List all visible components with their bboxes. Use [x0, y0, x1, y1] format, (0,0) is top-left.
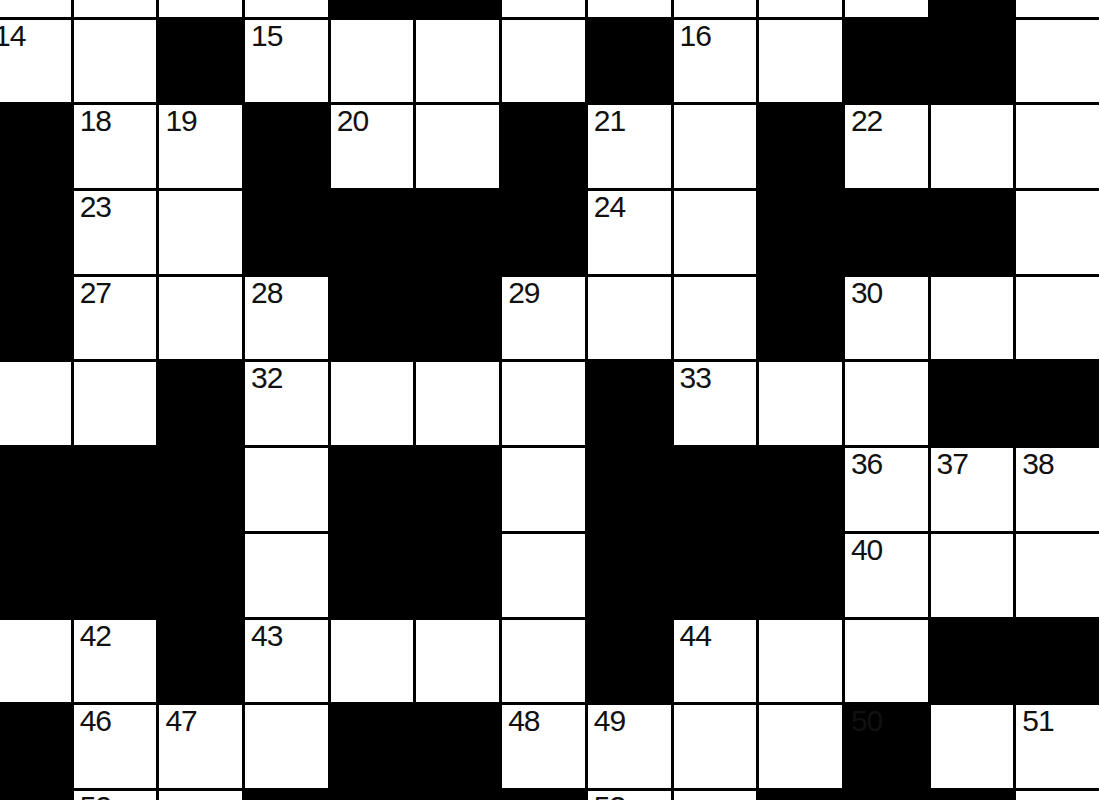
black-square — [74, 448, 157, 531]
crossword-grid: 1415161819202122232427282930323336373840… — [0, 0, 1099, 800]
white-square[interactable]: 42 — [74, 620, 157, 703]
white-square[interactable] — [502, 362, 585, 445]
clue-number: 19 — [159, 105, 242, 136]
black-square — [159, 534, 242, 617]
black-square — [845, 791, 928, 800]
white-square[interactable] — [74, 362, 157, 445]
white-square[interactable] — [1016, 20, 1099, 103]
white-square[interactable] — [74, 20, 157, 103]
black-square — [759, 791, 842, 800]
clue-number: 36 — [845, 448, 928, 479]
black-square — [159, 362, 242, 445]
white-square[interactable]: 21 — [588, 105, 671, 188]
clue-number: 37 — [931, 448, 1014, 479]
white-square[interactable] — [331, 362, 414, 445]
crossword-viewport: 1415161819202122232427282930323336373840… — [0, 0, 1100, 800]
clue-number: 40 — [845, 534, 928, 565]
white-square[interactable] — [588, 0, 671, 17]
white-square[interactable]: 38 — [1016, 448, 1099, 531]
white-square[interactable] — [74, 0, 157, 17]
white-square[interactable] — [1016, 534, 1099, 617]
white-square[interactable]: 16 — [674, 20, 757, 103]
white-square[interactable]: 15 — [245, 20, 328, 103]
white-square[interactable]: 51 — [1016, 705, 1099, 788]
white-square[interactable]: 47 — [159, 705, 242, 788]
black-square — [331, 0, 414, 17]
white-square[interactable] — [159, 277, 242, 360]
white-square[interactable]: 20 — [331, 105, 414, 188]
white-square[interactable] — [502, 620, 585, 703]
clue-number: 27 — [74, 277, 157, 308]
white-square[interactable]: 33 — [674, 362, 757, 445]
white-square[interactable] — [674, 105, 757, 188]
black-square — [931, 791, 1014, 800]
white-square[interactable]: 53 — [588, 791, 671, 800]
black-square — [588, 620, 671, 703]
clue-number: 42 — [74, 620, 157, 651]
white-square[interactable]: 29 — [502, 277, 585, 360]
white-square[interactable] — [416, 20, 499, 103]
white-square[interactable]: 22 — [845, 105, 928, 188]
white-square[interactable] — [759, 20, 842, 103]
white-square[interactable] — [931, 105, 1014, 188]
white-square[interactable] — [502, 0, 585, 17]
black-square — [931, 620, 1014, 703]
white-square[interactable] — [1016, 191, 1099, 274]
black-square — [331, 791, 414, 800]
clue-number: 44 — [674, 620, 757, 651]
white-square[interactable]: 24 — [588, 191, 671, 274]
clue-number: 47 — [159, 705, 242, 736]
clue-number: 29 — [502, 277, 585, 308]
black-square — [588, 362, 671, 445]
white-square[interactable] — [245, 705, 328, 788]
black-square — [931, 0, 1014, 17]
clue-number: 53 — [588, 791, 671, 800]
clue-number: 20 — [331, 105, 414, 136]
white-square[interactable]: 48 — [502, 705, 585, 788]
black-square — [74, 534, 157, 617]
white-square[interactable]: 27 — [74, 277, 157, 360]
white-square[interactable] — [416, 620, 499, 703]
white-square[interactable]: 37 — [931, 448, 1014, 531]
white-square[interactable] — [331, 620, 414, 703]
clue-number: 43 — [245, 620, 328, 651]
white-square[interactable]: 49 — [588, 705, 671, 788]
white-square[interactable]: 43 — [245, 620, 328, 703]
black-square — [588, 448, 671, 531]
black-square — [159, 20, 242, 103]
black-square — [0, 534, 71, 617]
white-square[interactable]: 40 — [845, 534, 928, 617]
clue-number: 38 — [1016, 448, 1099, 479]
white-square[interactable]: 46 — [74, 705, 157, 788]
black-square — [759, 277, 842, 360]
black-square — [674, 448, 757, 531]
clue-number: 46 — [74, 705, 157, 736]
white-square[interactable] — [1016, 791, 1099, 800]
clue-number: 50 — [845, 705, 928, 736]
black-square — [502, 191, 585, 274]
white-square[interactable] — [159, 0, 242, 17]
black-square — [416, 191, 499, 274]
white-square[interactable] — [588, 277, 671, 360]
black-square — [845, 191, 928, 274]
white-square[interactable] — [502, 20, 585, 103]
white-square[interactable] — [245, 448, 328, 531]
white-square[interactable]: 52 — [74, 791, 157, 800]
black-square — [159, 448, 242, 531]
white-square[interactable]: 32 — [245, 362, 328, 445]
black-square — [502, 105, 585, 188]
white-square[interactable]: 28 — [245, 277, 328, 360]
black-square: 50 — [845, 705, 928, 788]
white-square[interactable] — [674, 191, 757, 274]
white-square[interactable] — [759, 620, 842, 703]
white-square[interactable] — [159, 191, 242, 274]
black-square — [331, 705, 414, 788]
black-square — [416, 0, 499, 17]
black-square — [0, 191, 71, 274]
white-square[interactable]: 44 — [674, 620, 757, 703]
black-square — [245, 791, 328, 800]
white-square[interactable] — [416, 362, 499, 445]
black-square — [588, 534, 671, 617]
white-square[interactable] — [845, 620, 928, 703]
black-square — [931, 362, 1014, 445]
black-square — [759, 534, 842, 617]
white-square[interactable] — [1016, 105, 1099, 188]
white-square[interactable] — [931, 534, 1014, 617]
black-square — [245, 105, 328, 188]
black-square — [159, 620, 242, 703]
clue-number: 52 — [74, 791, 157, 800]
black-square — [0, 277, 71, 360]
white-square[interactable] — [0, 620, 71, 703]
white-square[interactable] — [759, 705, 842, 788]
black-square — [331, 277, 414, 360]
white-square[interactable] — [1016, 277, 1099, 360]
clue-number: 14 — [0, 20, 71, 51]
black-square — [931, 191, 1014, 274]
white-square[interactable] — [931, 277, 1014, 360]
black-square — [931, 20, 1014, 103]
black-square — [416, 534, 499, 617]
white-square[interactable]: 19 — [159, 105, 242, 188]
black-square — [0, 448, 71, 531]
white-square[interactable] — [759, 0, 842, 17]
black-square — [245, 191, 328, 274]
white-square[interactable] — [674, 277, 757, 360]
white-square[interactable] — [0, 0, 71, 17]
clue-number: 49 — [588, 705, 671, 736]
black-square — [1016, 620, 1099, 703]
white-square[interactable] — [502, 448, 585, 531]
white-square[interactable]: 30 — [845, 277, 928, 360]
white-square[interactable] — [245, 534, 328, 617]
black-square — [674, 534, 757, 617]
black-square — [331, 191, 414, 274]
white-square[interactable]: 18 — [74, 105, 157, 188]
white-square[interactable] — [331, 20, 414, 103]
white-square[interactable] — [159, 791, 242, 800]
clue-number: 16 — [674, 20, 757, 51]
clue-number: 22 — [845, 105, 928, 136]
clue-number: 30 — [845, 277, 928, 308]
white-square[interactable] — [759, 362, 842, 445]
white-square[interactable] — [674, 705, 757, 788]
white-square[interactable] — [931, 705, 1014, 788]
white-square[interactable] — [1016, 0, 1099, 17]
black-square — [845, 20, 928, 103]
white-square[interactable] — [0, 362, 71, 445]
white-square[interactable] — [502, 534, 585, 617]
black-square — [1016, 362, 1099, 445]
white-square[interactable] — [845, 362, 928, 445]
black-square — [331, 448, 414, 531]
white-square[interactable]: 14 — [0, 20, 71, 103]
black-square — [416, 791, 499, 800]
clue-number: 28 — [245, 277, 328, 308]
white-square[interactable] — [845, 0, 928, 17]
black-square — [588, 20, 671, 103]
black-square — [759, 105, 842, 188]
white-square[interactable] — [416, 105, 499, 188]
clue-number: 23 — [74, 191, 157, 222]
clue-number: 51 — [1016, 705, 1099, 736]
black-square — [759, 191, 842, 274]
clue-number: 32 — [245, 362, 328, 393]
white-square[interactable] — [245, 0, 328, 17]
black-square — [502, 791, 585, 800]
clue-number: 33 — [674, 362, 757, 393]
black-square — [331, 534, 414, 617]
white-square[interactable]: 36 — [845, 448, 928, 531]
black-square — [0, 705, 71, 788]
black-square — [0, 105, 71, 188]
white-square[interactable]: 23 — [74, 191, 157, 274]
black-square — [759, 448, 842, 531]
clue-number: 21 — [588, 105, 671, 136]
black-square — [416, 705, 499, 788]
white-square[interactable] — [674, 791, 757, 800]
white-square[interactable] — [674, 0, 757, 17]
clue-number: 48 — [502, 705, 585, 736]
black-square — [416, 448, 499, 531]
clue-number: 24 — [588, 191, 671, 222]
clue-number: 15 — [245, 20, 328, 51]
clue-number: 18 — [74, 105, 157, 136]
black-square — [416, 277, 499, 360]
black-square — [0, 791, 71, 800]
